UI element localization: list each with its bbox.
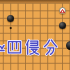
caption-partial-char-glyph [0, 42, 5, 53]
red-triangle-marker-icon [60, 9, 65, 14]
caption-char-qin [25, 38, 40, 56]
caption-char-si [7, 38, 22, 56]
caption-black-stone-bullet [66, 41, 70, 50]
caption-char-fen [43, 38, 58, 56]
dot-marker [10, 27, 12, 29]
go-board-screenshot: 四侵分 [0, 0, 70, 70]
